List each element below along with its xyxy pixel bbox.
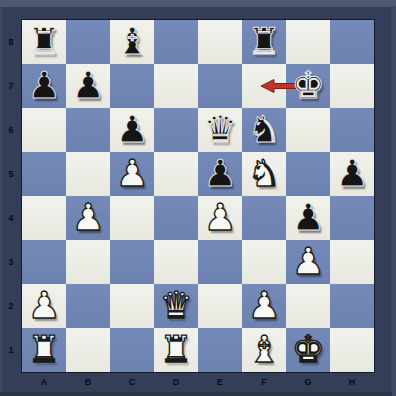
file-label-g: G <box>286 372 330 396</box>
square-b7[interactable]: ♟ <box>66 64 110 108</box>
black-queen[interactable]: ♛ <box>198 108 242 152</box>
file-label-b: B <box>66 372 110 396</box>
square-d5[interactable] <box>154 152 198 196</box>
white-queen[interactable]: ♛ <box>154 284 198 328</box>
rank-labels: 87654321 <box>0 20 22 372</box>
square-d2[interactable]: ♛ <box>154 284 198 328</box>
square-c5[interactable]: ♟ <box>110 152 154 196</box>
square-d7[interactable] <box>154 64 198 108</box>
square-d8[interactable] <box>154 20 198 64</box>
frame-bevel-top <box>0 0 396 7</box>
file-label-h: H <box>330 372 374 396</box>
square-e8[interactable] <box>198 20 242 64</box>
white-rook[interactable]: ♜ <box>154 328 198 372</box>
chess-board: ♜♝♜♟♟♚♟♛♞♟♟♞♟♟♟♟♟♟♛♟♜♜♝♚ <box>22 20 374 372</box>
black-pawn[interactable]: ♟ <box>198 152 242 196</box>
square-c8[interactable]: ♝ <box>110 20 154 64</box>
square-h6[interactable] <box>330 108 374 152</box>
black-bishop[interactable]: ♝ <box>110 20 154 64</box>
white-pawn[interactable]: ♟ <box>22 284 66 328</box>
square-c7[interactable] <box>110 64 154 108</box>
file-label-a: A <box>22 372 66 396</box>
square-a7[interactable]: ♟ <box>22 64 66 108</box>
square-d6[interactable] <box>154 108 198 152</box>
rank-label-6: 6 <box>0 108 22 152</box>
square-f5[interactable]: ♞ <box>242 152 286 196</box>
rank-label-5: 5 <box>0 152 22 196</box>
square-c4[interactable] <box>110 196 154 240</box>
rank-label-7: 7 <box>0 64 22 108</box>
square-g5[interactable] <box>286 152 330 196</box>
file-label-c: C <box>110 372 154 396</box>
square-b8[interactable] <box>66 20 110 64</box>
square-d4[interactable] <box>154 196 198 240</box>
square-h8[interactable] <box>330 20 374 64</box>
rank-label-4: 4 <box>0 196 22 240</box>
white-rook[interactable]: ♜ <box>22 328 66 372</box>
square-e7[interactable] <box>198 64 242 108</box>
square-a2[interactable]: ♟ <box>22 284 66 328</box>
square-e5[interactable]: ♟ <box>198 152 242 196</box>
square-h5[interactable]: ♟ <box>330 152 374 196</box>
square-h4[interactable] <box>330 196 374 240</box>
square-g3[interactable]: ♟ <box>286 240 330 284</box>
rank-label-3: 3 <box>0 240 22 284</box>
white-pawn[interactable]: ♟ <box>242 284 286 328</box>
square-g8[interactable] <box>286 20 330 64</box>
square-h3[interactable] <box>330 240 374 284</box>
square-g1[interactable]: ♚ <box>286 328 330 372</box>
square-b6[interactable] <box>66 108 110 152</box>
square-f4[interactable] <box>242 196 286 240</box>
square-e3[interactable] <box>198 240 242 284</box>
square-b4[interactable]: ♟ <box>66 196 110 240</box>
file-label-d: D <box>154 372 198 396</box>
white-pawn[interactable]: ♟ <box>198 196 242 240</box>
white-bishop[interactable]: ♝ <box>242 328 286 372</box>
square-e2[interactable] <box>198 284 242 328</box>
square-c1[interactable] <box>110 328 154 372</box>
rank-label-8: 8 <box>0 20 22 64</box>
file-label-f: F <box>242 372 286 396</box>
square-b3[interactable] <box>66 240 110 284</box>
square-g6[interactable] <box>286 108 330 152</box>
black-rook[interactable]: ♜ <box>22 20 66 64</box>
square-c6[interactable]: ♟ <box>110 108 154 152</box>
black-pawn[interactable]: ♟ <box>286 196 330 240</box>
white-pawn[interactable]: ♟ <box>286 240 330 284</box>
white-knight[interactable]: ♞ <box>242 152 286 196</box>
square-f2[interactable]: ♟ <box>242 284 286 328</box>
square-g4[interactable]: ♟ <box>286 196 330 240</box>
square-e6[interactable]: ♛ <box>198 108 242 152</box>
square-a4[interactable] <box>22 196 66 240</box>
square-a6[interactable] <box>22 108 66 152</box>
file-label-e: E <box>198 372 242 396</box>
square-f6[interactable]: ♞ <box>242 108 286 152</box>
file-labels: ABCDEFGH <box>22 372 374 396</box>
rank-label-2: 2 <box>0 284 22 328</box>
black-pawn[interactable]: ♟ <box>22 64 66 108</box>
white-pawn[interactable]: ♟ <box>110 152 154 196</box>
square-a5[interactable] <box>22 152 66 196</box>
square-f1[interactable]: ♝ <box>242 328 286 372</box>
square-e1[interactable] <box>198 328 242 372</box>
square-g7[interactable]: ♚ <box>286 64 330 108</box>
square-e4[interactable]: ♟ <box>198 196 242 240</box>
square-c3[interactable] <box>110 240 154 284</box>
square-c2[interactable] <box>110 284 154 328</box>
frame-bevel-right <box>391 6 396 396</box>
square-a1[interactable]: ♜ <box>22 328 66 372</box>
white-pawn[interactable]: ♟ <box>66 196 110 240</box>
black-king[interactable]: ♚ <box>286 64 330 108</box>
black-pawn[interactable]: ♟ <box>66 64 110 108</box>
square-h2[interactable] <box>330 284 374 328</box>
square-b2[interactable] <box>66 284 110 328</box>
square-b1[interactable] <box>66 328 110 372</box>
board-frame: 87654321 ABCDEFGH ♜♝♜♟♟♚♟♛♞♟♟♞♟♟♟♟♟♟♛♟♜♜… <box>0 0 396 396</box>
square-h7[interactable] <box>330 64 374 108</box>
black-knight[interactable]: ♞ <box>242 108 286 152</box>
rank-label-1: 1 <box>0 328 22 372</box>
square-f8[interactable]: ♜ <box>242 20 286 64</box>
white-king[interactable]: ♚ <box>286 328 330 372</box>
square-a8[interactable]: ♜ <box>22 20 66 64</box>
black-pawn[interactable]: ♟ <box>110 108 154 152</box>
square-d1[interactable]: ♜ <box>154 328 198 372</box>
square-f3[interactable] <box>242 240 286 284</box>
square-d3[interactable] <box>154 240 198 284</box>
square-a3[interactable] <box>22 240 66 284</box>
square-h1[interactable] <box>330 328 374 372</box>
square-g2[interactable] <box>286 284 330 328</box>
black-pawn[interactable]: ♟ <box>330 152 374 196</box>
black-rook[interactable]: ♜ <box>242 20 286 64</box>
square-b5[interactable] <box>66 152 110 196</box>
